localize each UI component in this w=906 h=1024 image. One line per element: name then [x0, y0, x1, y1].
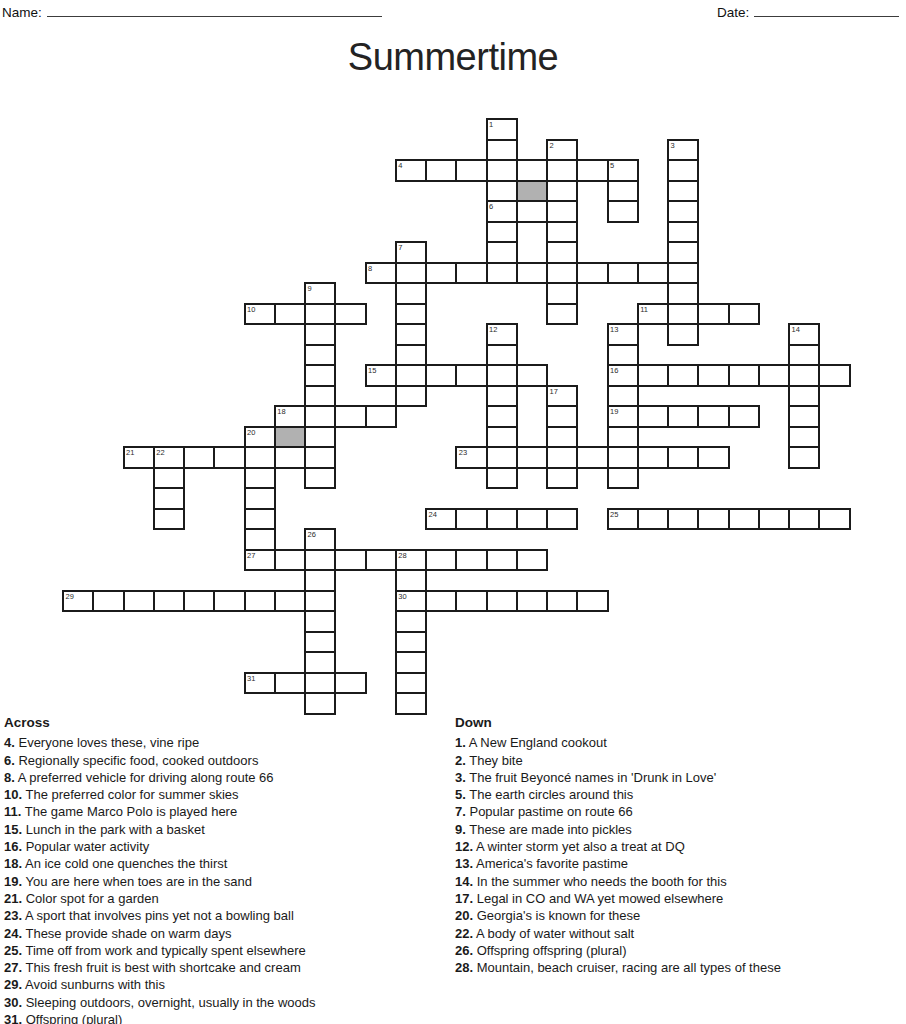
grid-cell-r14-c18[interactable]: 19	[607, 405, 639, 428]
grid-cell-r6-c16[interactable]	[546, 241, 578, 264]
grid-cell-r6-c20[interactable]	[667, 241, 699, 264]
grid-cell-r2-c11[interactable]: 4	[395, 159, 427, 182]
grid-cell-r15-c6[interactable]: 20	[244, 426, 276, 449]
grid-cell-r16-c2[interactable]: 21	[123, 446, 155, 469]
grid-cell-r16-c16[interactable]	[546, 446, 578, 469]
grid-cell-r11-c24[interactable]	[788, 344, 820, 367]
grid-cell-r15-c8[interactable]	[304, 426, 336, 449]
clue-number: 12.	[455, 839, 473, 854]
grid-cell-r23-c12[interactable]	[425, 590, 457, 613]
grid-cell-r6-c11[interactable]: 7	[395, 241, 427, 264]
grid-cell-r7-c19[interactable]	[637, 262, 669, 285]
grid-cell-r23-c5[interactable]	[213, 590, 245, 613]
grid-cell-r12-c12[interactable]	[425, 364, 457, 387]
cell-number-10: 10	[247, 305, 255, 314]
clue-number: 31.	[4, 1012, 22, 1024]
grid-cell-r21-c9[interactable]	[334, 549, 366, 572]
clue-across-31: 31. Offspring (plural)	[4, 1011, 454, 1024]
grid-cell-r14-c19[interactable]	[637, 405, 669, 428]
grid-cell-r26-c11[interactable]	[395, 651, 427, 674]
grid-cell-r19-c3[interactable]	[153, 508, 185, 531]
grid-cell-r19-c23[interactable]	[758, 508, 790, 531]
grid-cell-r28-c8[interactable]	[304, 692, 336, 715]
clue-text: Everyone loves these, vine ripe	[15, 735, 199, 750]
grid-cell-r19-c6[interactable]	[244, 508, 276, 531]
grid-cell-r6-c14[interactable]	[486, 241, 518, 264]
grid-cell-r7-c16[interactable]	[546, 262, 578, 285]
clue-across-25: 25. Time off from work and typically spe…	[4, 942, 454, 959]
grid-cell-r16-c6[interactable]	[244, 446, 276, 469]
grid-cell-r11-c11[interactable]	[395, 344, 427, 367]
grid-cell-r13-c14[interactable]	[486, 385, 518, 408]
clue-text: The preferred color for summer skies	[22, 787, 239, 802]
clue-across-11: 11. The game Marco Polo is played here	[4, 803, 454, 820]
down-heading: Down	[455, 714, 905, 731]
grid-cell-r18-c6[interactable]	[244, 487, 276, 510]
grid-cell-r24-c8[interactable]	[304, 610, 336, 633]
grid-cell-r10-c20[interactable]	[667, 323, 699, 346]
name-label: Name:	[2, 5, 42, 20]
grid-cell-r2-c12[interactable]	[425, 159, 457, 182]
grid-cell-r15-c14[interactable]	[486, 426, 518, 449]
grid-cell-r2-c13[interactable]	[455, 159, 487, 182]
grid-cell-r23-c4[interactable]	[183, 590, 215, 613]
grid-cell-r17-c14[interactable]	[486, 467, 518, 490]
grid-cell-r2-c16[interactable]	[546, 159, 578, 182]
grid-cell-r22-c8[interactable]	[304, 569, 336, 592]
date-blank-line[interactable]	[754, 3, 899, 17]
clue-down-5: 5. The earth circles around this	[455, 786, 905, 803]
cell-number-27: 27	[247, 551, 255, 560]
grid-cell-r23-c2[interactable]	[123, 590, 155, 613]
clue-across-18: 18. An ice cold one quenches the thirst	[4, 855, 454, 872]
clue-number: 20.	[455, 908, 473, 923]
down-clues-section: Down 1. A New England cookout2. They bit…	[455, 714, 905, 976]
clue-down-26: 26. Offspring offspring (plural)	[455, 942, 905, 959]
clue-number: 18.	[4, 856, 22, 871]
grid-cell-r21-c8[interactable]	[304, 549, 336, 572]
clue-text: The earth circles around this	[466, 787, 633, 802]
clue-down-28: 28. Mountain, beach cruiser, racing are …	[455, 959, 905, 976]
grid-cell-r16-c3[interactable]: 22	[153, 446, 185, 469]
grid-cell-r27-c8[interactable]	[304, 672, 336, 695]
clue-number: 11.	[4, 804, 21, 819]
grid-cell-r12-c10[interactable]: 15	[365, 364, 397, 387]
grid-cell-r23-c15[interactable]	[516, 590, 548, 613]
cell-number-30: 30	[398, 592, 406, 601]
clue-number: 14.	[455, 874, 473, 889]
grid-cell-r7-c13[interactable]	[455, 262, 487, 285]
cell-number-14: 14	[792, 325, 800, 334]
clue-number: 8.	[4, 770, 15, 785]
grid-cell-r4-c14[interactable]: 6	[486, 200, 518, 223]
cell-number-3: 3	[671, 141, 675, 150]
clue-down-1: 1. A New England cookout	[455, 734, 905, 751]
clue-down-7: 7. Popular pastime on route 66	[455, 803, 905, 820]
grid-cell-r18-c3[interactable]	[153, 487, 185, 510]
grid-cell-r23-c13[interactable]	[455, 590, 487, 613]
shaded-grid-cell-r3-c15	[516, 180, 548, 203]
grid-cell-r9-c19[interactable]: 11	[637, 303, 669, 326]
clue-number: 9.	[455, 822, 466, 837]
clue-down-12: 12. A winter storm yet also a treat at D…	[455, 838, 905, 855]
clue-number: 10.	[4, 787, 22, 802]
grid-cell-r21-c11[interactable]: 28	[395, 549, 427, 572]
grid-cell-r19-c14[interactable]	[486, 508, 518, 531]
grid-cell-r21-c12[interactable]	[425, 549, 457, 572]
grid-cell-r1-c14[interactable]	[486, 139, 518, 162]
grid-cell-r10-c24[interactable]: 14	[788, 323, 820, 346]
grid-cell-r17-c6[interactable]	[244, 467, 276, 490]
grid-cell-r15-c16[interactable]	[546, 426, 578, 449]
grid-cell-r12-c19[interactable]	[637, 364, 669, 387]
grid-cell-r21-c14[interactable]	[486, 549, 518, 572]
grid-cell-r19-c20[interactable]	[667, 508, 699, 531]
cell-number-31: 31	[247, 674, 255, 683]
across-heading: Across	[4, 714, 454, 731]
grid-cell-r14-c7[interactable]: 18	[274, 405, 306, 428]
grid-cell-r16-c13[interactable]: 23	[455, 446, 487, 469]
grid-cell-r13-c8[interactable]	[304, 385, 336, 408]
grid-cell-r23-c11[interactable]: 30	[395, 590, 427, 613]
clue-text: These provide shade on warm days	[22, 926, 231, 941]
grid-cell-r14-c10[interactable]	[365, 405, 397, 428]
clue-number: 30.	[4, 995, 22, 1010]
grid-cell-r1-c20[interactable]: 3	[667, 139, 699, 162]
cell-number-18: 18	[277, 407, 285, 416]
clue-text: Sleeping outdoors, overnight, usually in…	[22, 995, 315, 1010]
clue-down-3: 3. The fruit Beyoncé names in 'Drunk in …	[455, 769, 905, 786]
grid-cell-r9-c11[interactable]	[395, 303, 427, 326]
grid-cell-r12-c25[interactable]	[818, 364, 850, 387]
clue-text: A body of water without salt	[473, 926, 634, 941]
cell-number-21: 21	[126, 448, 134, 457]
grid-cell-r9-c7[interactable]	[274, 303, 306, 326]
grid-cell-r14-c22[interactable]	[728, 405, 760, 428]
grid-cell-r16-c15[interactable]	[516, 446, 548, 469]
cell-number-9: 9	[308, 284, 312, 293]
across-clue-list: 4. Everyone loves these, vine ripe6. Reg…	[4, 734, 454, 1024]
grid-cell-r23-c3[interactable]	[153, 590, 185, 613]
grid-cell-r27-c11[interactable]	[395, 672, 427, 695]
grid-cell-r24-c11[interactable]	[395, 610, 427, 633]
grid-cell-r12-c21[interactable]	[697, 364, 729, 387]
clue-text: This fresh fruit is best with shortcake …	[22, 960, 301, 975]
grid-cell-r19-c25[interactable]	[818, 508, 850, 531]
grid-cell-r11-c14[interactable]	[486, 344, 518, 367]
grid-cell-r8-c20[interactable]	[667, 282, 699, 305]
grid-cell-r1-c16[interactable]: 2	[546, 139, 578, 162]
puzzle-title: Summertime	[0, 36, 906, 79]
grid-cell-r12-c14[interactable]	[486, 364, 518, 387]
grid-cell-r16-c7[interactable]	[274, 446, 306, 469]
grid-cell-r7-c20[interactable]	[667, 262, 699, 285]
cell-number-1: 1	[489, 120, 493, 129]
grid-cell-r3-c20[interactable]	[667, 180, 699, 203]
grid-cell-r19-c13[interactable]	[455, 508, 487, 531]
grid-cell-r4-c15[interactable]	[516, 200, 548, 223]
grid-cell-r2-c14[interactable]	[486, 159, 518, 182]
grid-cell-r3-c18[interactable]	[607, 180, 639, 203]
grid-cell-r21-c7[interactable]	[274, 549, 306, 572]
grid-cell-r14-c16[interactable]	[546, 405, 578, 428]
grid-cell-r23-c14[interactable]	[486, 590, 518, 613]
grid-cell-r9-c6[interactable]: 10	[244, 303, 276, 326]
clue-number: 15.	[4, 822, 22, 837]
clue-text: Mountain, beach cruiser, racing are all …	[473, 960, 781, 975]
grid-cell-r13-c24[interactable]	[788, 385, 820, 408]
grid-cell-r23-c8[interactable]	[304, 590, 336, 613]
clue-text: A preferred vehicle for driving along ro…	[15, 770, 274, 785]
cell-number-6: 6	[489, 202, 493, 211]
clue-text: In the summer who needs the booth for th…	[473, 874, 727, 889]
clue-across-21: 21. Color spot for a garden	[4, 890, 454, 907]
grid-cell-r27-c7[interactable]	[274, 672, 306, 695]
grid-cell-r21-c6[interactable]: 27	[244, 549, 276, 572]
clue-down-20: 20. Georgia's is known for these	[455, 907, 905, 924]
grid-cell-r19-c18[interactable]: 25	[607, 508, 639, 531]
grid-cell-r16-c20[interactable]	[667, 446, 699, 469]
clue-text: A winter storm yet also a treat at DQ	[473, 839, 685, 854]
grid-cell-r5-c20[interactable]	[667, 221, 699, 244]
grid-cell-r22-c11[interactable]	[395, 569, 427, 592]
clue-text: Avoid sunburns with this	[22, 977, 165, 992]
grid-cell-r12-c18[interactable]: 16	[607, 364, 639, 387]
clue-across-30: 30. Sleeping outdoors, overnight, usuall…	[4, 994, 454, 1011]
grid-cell-r2-c18[interactable]: 5	[607, 159, 639, 182]
grid-cell-r20-c6[interactable]	[244, 528, 276, 551]
cell-number-26: 26	[308, 530, 316, 539]
grid-cell-r9-c16[interactable]	[546, 303, 578, 326]
grid-cell-r12-c20[interactable]	[667, 364, 699, 387]
clue-number: 17.	[455, 891, 473, 906]
cell-number-12: 12	[489, 325, 497, 334]
grid-cell-r23-c16[interactable]	[546, 590, 578, 613]
grid-cell-r7-c12[interactable]	[425, 262, 457, 285]
grid-cell-r19-c22[interactable]	[728, 508, 760, 531]
grid-cell-r16-c8[interactable]	[304, 446, 336, 469]
grid-cell-r4-c16[interactable]	[546, 200, 578, 223]
shaded-grid-cell-r15-c7	[274, 426, 306, 449]
cell-number-4: 4	[398, 161, 402, 170]
clue-text: Regionally specific food, cooked outdoor…	[15, 753, 259, 768]
grid-cell-r5-c16[interactable]	[546, 221, 578, 244]
grid-cell-r12-c13[interactable]	[455, 364, 487, 387]
grid-cell-r7-c15[interactable]	[516, 262, 548, 285]
grid-cell-r13-c16[interactable]: 17	[546, 385, 578, 408]
grid-cell-r23-c17[interactable]	[576, 590, 608, 613]
clue-across-19: 19. You are here when toes are in the sa…	[4, 873, 454, 890]
cell-number-11: 11	[640, 305, 648, 314]
clue-number: 23.	[4, 908, 22, 923]
grid-cell-r23-c1[interactable]	[92, 590, 124, 613]
grid-cell-r16-c19[interactable]	[637, 446, 669, 469]
grid-cell-r16-c24[interactable]	[788, 446, 820, 469]
grid-cell-r16-c14[interactable]	[486, 446, 518, 469]
grid-cell-r16-c4[interactable]	[183, 446, 215, 469]
grid-cell-r17-c8[interactable]	[304, 467, 336, 490]
clue-text: A sport that involves pins yet not a bow…	[22, 908, 294, 923]
grid-cell-r28-c11[interactable]	[395, 692, 427, 715]
grid-cell-r23-c6[interactable]	[244, 590, 276, 613]
grid-cell-r8-c8[interactable]: 9	[304, 282, 336, 305]
grid-cell-r19-c15[interactable]	[516, 508, 548, 531]
clue-number: 7.	[455, 804, 466, 819]
date-field: Date:	[717, 3, 899, 20]
clue-down-14: 14. In the summer who needs the booth fo…	[455, 873, 905, 890]
grid-cell-r13-c18[interactable]	[607, 385, 639, 408]
grid-cell-r7-c18[interactable]	[607, 262, 639, 285]
clue-number: 13.	[455, 856, 473, 871]
clue-across-10: 10. The preferred color for summer skies	[4, 786, 454, 803]
grid-cell-r9-c9[interactable]	[334, 303, 366, 326]
grid-cell-r10-c11[interactable]	[395, 323, 427, 346]
clue-text: Georgia's is known for these	[473, 908, 640, 923]
grid-cell-r23-c0[interactable]: 29	[62, 590, 94, 613]
grid-cell-r11-c18[interactable]	[607, 344, 639, 367]
grid-cell-r17-c16[interactable]	[546, 467, 578, 490]
grid-cell-r9-c22[interactable]	[728, 303, 760, 326]
clue-across-6: 6. Regionally specific food, cooked outd…	[4, 752, 454, 769]
grid-cell-r7-c11[interactable]	[395, 262, 427, 285]
grid-cell-r20-c8[interactable]: 26	[304, 528, 336, 551]
clue-number: 16.	[4, 839, 22, 854]
grid-cell-r27-c9[interactable]	[334, 672, 366, 695]
cell-number-13: 13	[610, 325, 618, 334]
grid-cell-r4-c18[interactable]	[607, 200, 639, 223]
grid-cell-r9-c20[interactable]	[667, 303, 699, 326]
grid-cell-r5-c14[interactable]	[486, 221, 518, 244]
clue-number: 5.	[455, 787, 466, 802]
clue-across-24: 24. These provide shade on warm days	[4, 925, 454, 942]
grid-cell-r14-c8[interactable]	[304, 405, 336, 428]
clue-text: They bite	[466, 753, 523, 768]
grid-cell-r14-c9[interactable]	[334, 405, 366, 428]
cell-number-28: 28	[398, 551, 406, 560]
grid-cell-r10-c8[interactable]	[304, 323, 336, 346]
cell-number-19: 19	[610, 407, 618, 416]
clue-text: An ice cold one quenches the thirst	[22, 856, 227, 871]
clue-across-8: 8. A preferred vehicle for driving along…	[4, 769, 454, 786]
clue-text: These are made into pickles	[466, 822, 632, 837]
clue-text: Color spot for a garden	[22, 891, 159, 906]
clue-number: 25.	[4, 943, 22, 958]
clue-text: Time off from work and typically spent e…	[22, 943, 306, 958]
cell-number-8: 8	[368, 264, 372, 273]
grid-cell-r12-c15[interactable]	[516, 364, 548, 387]
grid-cell-r2-c17[interactable]	[576, 159, 608, 182]
grid-cell-r12-c22[interactable]	[728, 364, 760, 387]
grid-cell-r10-c18[interactable]: 13	[607, 323, 639, 346]
name-blank-line[interactable]	[47, 3, 382, 17]
grid-cell-r16-c18[interactable]	[607, 446, 639, 469]
clue-number: 22.	[455, 926, 473, 941]
grid-cell-r19-c19[interactable]	[637, 508, 669, 531]
clue-down-13: 13. America's favorite pastime	[455, 855, 905, 872]
grid-cell-r21-c13[interactable]	[455, 549, 487, 572]
clue-text: Offspring (plural)	[22, 1012, 122, 1024]
grid-cell-r10-c14[interactable]: 12	[486, 323, 518, 346]
grid-cell-r12-c8[interactable]	[304, 364, 336, 387]
grid-cell-r14-c21[interactable]	[697, 405, 729, 428]
clue-number: 24.	[4, 926, 22, 941]
across-clues-section: Across 4. Everyone loves these, vine rip…	[4, 714, 454, 1024]
grid-cell-r4-c20[interactable]	[667, 200, 699, 223]
grid-cell-r19-c24[interactable]	[788, 508, 820, 531]
clue-down-17: 17. Legal in CO and WA yet mowed elsewhe…	[455, 890, 905, 907]
grid-cell-r13-c11[interactable]	[395, 385, 427, 408]
grid-cell-r19-c16[interactable]	[546, 508, 578, 531]
name-field: Name:	[2, 3, 382, 20]
cell-number-22: 22	[156, 448, 164, 457]
grid-cell-r7-c17[interactable]	[576, 262, 608, 285]
grid-cell-r3-c14[interactable]	[486, 180, 518, 203]
grid-cell-r12-c24[interactable]	[788, 364, 820, 387]
grid-cell-r8-c11[interactable]	[395, 282, 427, 305]
clue-number: 1.	[455, 735, 466, 750]
grid-cell-r9-c8[interactable]	[304, 303, 336, 326]
grid-cell-r25-c11[interactable]	[395, 631, 427, 654]
grid-cell-r27-c6[interactable]: 31	[244, 672, 276, 695]
grid-cell-r16-c21[interactable]	[697, 446, 729, 469]
grid-cell-r16-c17[interactable]	[576, 446, 608, 469]
clue-text: You are here when toes are in the sand	[22, 874, 252, 889]
grid-cell-r12-c11[interactable]	[395, 364, 427, 387]
cell-number-29: 29	[66, 592, 74, 601]
grid-cell-r15-c18[interactable]	[607, 426, 639, 449]
clue-across-29: 29. Avoid sunburns with this	[4, 976, 454, 993]
grid-cell-r2-c15[interactable]	[516, 159, 548, 182]
grid-cell-r14-c24[interactable]	[788, 405, 820, 428]
grid-cell-r21-c10[interactable]	[365, 549, 397, 572]
grid-cell-r23-c7[interactable]	[274, 590, 306, 613]
cell-number-20: 20	[247, 428, 255, 437]
grid-cell-r14-c20[interactable]	[667, 405, 699, 428]
grid-cell-r19-c21[interactable]	[697, 508, 729, 531]
grid-cell-r14-c14[interactable]	[486, 405, 518, 428]
cell-number-7: 7	[398, 243, 402, 252]
clue-text: Offspring offspring (plural)	[473, 943, 626, 958]
clue-text: The game Marco Polo is played here	[21, 804, 237, 819]
grid-cell-r17-c3[interactable]	[153, 467, 185, 490]
grid-cell-r21-c15[interactable]	[516, 549, 548, 572]
grid-cell-r17-c18[interactable]	[607, 467, 639, 490]
clue-number: 19.	[4, 874, 22, 889]
cell-number-2: 2	[550, 141, 554, 150]
clue-number: 29.	[4, 977, 22, 992]
grid-cell-r12-c23[interactable]	[758, 364, 790, 387]
clue-number: 26.	[455, 943, 473, 958]
grid-cell-r3-c16[interactable]	[546, 180, 578, 203]
grid-cell-r7-c14[interactable]	[486, 262, 518, 285]
grid-cell-r8-c16[interactable]	[546, 282, 578, 305]
grid-cell-r19-c12[interactable]: 24	[425, 508, 457, 531]
grid-cell-r15-c24[interactable]	[788, 426, 820, 449]
clue-text: Legal in CO and WA yet mowed elsewhere	[473, 891, 723, 906]
clue-text: Lunch in the park with a basket	[22, 822, 205, 837]
grid-cell-r11-c8[interactable]	[304, 344, 336, 367]
grid-cell-r0-c14[interactable]: 1	[486, 118, 518, 141]
grid-cell-r2-c20[interactable]	[667, 159, 699, 182]
clue-text: A New England cookout	[466, 735, 607, 750]
down-clue-list: 1. A New England cookout2. They bite3. T…	[455, 734, 905, 976]
grid-cell-r25-c8[interactable]	[304, 631, 336, 654]
grid-cell-r9-c21[interactable]	[697, 303, 729, 326]
clue-number: 2.	[455, 753, 466, 768]
grid-cell-r16-c5[interactable]	[213, 446, 245, 469]
grid-cell-r7-c10[interactable]: 8	[365, 262, 397, 285]
grid-cell-r26-c8[interactable]	[304, 651, 336, 674]
